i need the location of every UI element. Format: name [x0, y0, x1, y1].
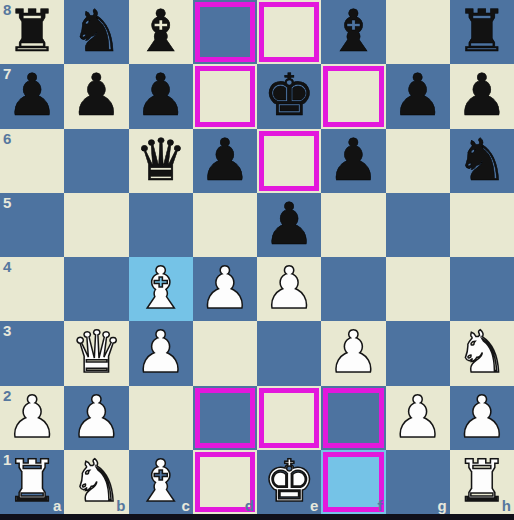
square-f5[interactable]: [321, 193, 385, 257]
piece-white-pawn[interactable]: ♟: [327, 323, 379, 381]
square-e3[interactable]: [257, 321, 321, 385]
piece-black-knight[interactable]: ♞: [70, 2, 122, 60]
rank-label: 3: [3, 323, 11, 338]
square-f7[interactable]: [321, 64, 385, 128]
piece-black-pawn[interactable]: ♟: [70, 66, 122, 124]
square-b4[interactable]: [64, 257, 128, 321]
square-h8[interactable]: ♜: [450, 0, 514, 64]
piece-white-queen[interactable]: ♛: [70, 323, 122, 381]
file-label: d: [245, 498, 254, 513]
piece-white-bishop[interactable]: ♝: [135, 452, 187, 510]
square-b8[interactable]: ♞: [64, 0, 128, 64]
piece-black-pawn[interactable]: ♟: [199, 131, 251, 189]
piece-white-pawn[interactable]: ♟: [135, 323, 187, 381]
piece-black-pawn[interactable]: ♟: [327, 131, 379, 189]
square-e2[interactable]: [257, 386, 321, 450]
square-g2[interactable]: ♟: [386, 386, 450, 450]
square-a1[interactable]: ♜1a: [0, 450, 64, 514]
square-a7[interactable]: ♟7: [0, 64, 64, 128]
board-bottom-border: [0, 514, 514, 520]
rank-label: 7: [3, 66, 11, 81]
piece-black-pawn[interactable]: ♟: [392, 66, 444, 124]
square-h5[interactable]: [450, 193, 514, 257]
square-b3[interactable]: ♛: [64, 321, 128, 385]
square-d3[interactable]: [193, 321, 257, 385]
rank-label: 2: [3, 388, 11, 403]
square-a8[interactable]: ♜8: [0, 0, 64, 64]
square-d4[interactable]: ♟: [193, 257, 257, 321]
piece-black-pawn[interactable]: ♟: [456, 66, 508, 124]
piece-white-pawn[interactable]: ♟: [70, 388, 122, 446]
square-h2[interactable]: ♟: [450, 386, 514, 450]
square-c1[interactable]: ♝c: [129, 450, 193, 514]
piece-black-queen[interactable]: ♛: [135, 131, 187, 189]
piece-black-pawn[interactable]: ♟: [6, 66, 58, 124]
rank-label: 4: [3, 259, 11, 274]
rank-label: 5: [3, 195, 11, 210]
square-b2[interactable]: ♟: [64, 386, 128, 450]
square-f1[interactable]: f: [321, 450, 385, 514]
square-e4[interactable]: ♟: [257, 257, 321, 321]
square-c2[interactable]: [129, 386, 193, 450]
square-f3[interactable]: ♟: [321, 321, 385, 385]
file-label: c: [181, 498, 189, 513]
square-g6[interactable]: [386, 129, 450, 193]
square-f2[interactable]: [321, 386, 385, 450]
piece-black-bishop[interactable]: ♝: [327, 2, 379, 60]
square-e8[interactable]: [257, 0, 321, 64]
rank-label: 6: [3, 131, 11, 146]
square-b7[interactable]: ♟: [64, 64, 128, 128]
square-f6[interactable]: ♟: [321, 129, 385, 193]
piece-white-knight[interactable]: ♞: [70, 452, 122, 510]
square-c8[interactable]: ♝: [129, 0, 193, 64]
piece-black-pawn[interactable]: ♟: [135, 66, 187, 124]
square-a3[interactable]: 3: [0, 321, 64, 385]
piece-black-king[interactable]: ♚: [263, 66, 315, 124]
piece-white-pawn[interactable]: ♟: [199, 259, 251, 317]
piece-white-pawn[interactable]: ♟: [6, 388, 58, 446]
piece-black-pawn[interactable]: ♟: [263, 195, 315, 253]
square-d6[interactable]: ♟: [193, 129, 257, 193]
piece-white-knight[interactable]: ♞: [456, 323, 508, 381]
square-d8[interactable]: [193, 0, 257, 64]
square-d2[interactable]: [193, 386, 257, 450]
file-label: f: [378, 498, 383, 513]
square-h6[interactable]: ♞: [450, 129, 514, 193]
square-b1[interactable]: ♞b: [64, 450, 128, 514]
file-label: h: [502, 498, 511, 513]
square-d5[interactable]: [193, 193, 257, 257]
square-f4[interactable]: [321, 257, 385, 321]
square-g5[interactable]: [386, 193, 450, 257]
square-d7[interactable]: [193, 64, 257, 128]
chess-board: ♜8♞♝♝♜♟7♟♟♚♟♟6♛♟♟♞5♟4♝♟♟3♛♟♟♞♟2♟♟♟♜1a♞b♝…: [0, 0, 514, 514]
square-h4[interactable]: [450, 257, 514, 321]
square-b5[interactable]: [64, 193, 128, 257]
piece-white-rook[interactable]: ♜: [456, 452, 508, 510]
piece-white-bishop[interactable]: ♝: [135, 259, 187, 317]
square-h3[interactable]: ♞: [450, 321, 514, 385]
square-e1[interactable]: ♚e: [257, 450, 321, 514]
rank-label: 1: [3, 452, 11, 467]
square-d1[interactable]: d: [193, 450, 257, 514]
square-e7[interactable]: ♚: [257, 64, 321, 128]
square-a4[interactable]: 4: [0, 257, 64, 321]
square-g4[interactable]: [386, 257, 450, 321]
square-a5[interactable]: 5: [0, 193, 64, 257]
piece-white-pawn[interactable]: ♟: [263, 259, 315, 317]
piece-black-bishop[interactable]: ♝: [135, 2, 187, 60]
square-g7[interactable]: ♟: [386, 64, 450, 128]
piece-white-king[interactable]: ♚: [263, 452, 315, 510]
square-b6[interactable]: [64, 129, 128, 193]
file-label: a: [53, 498, 61, 513]
piece-white-pawn[interactable]: ♟: [392, 388, 444, 446]
square-e6[interactable]: [257, 129, 321, 193]
piece-black-rook[interactable]: ♜: [6, 2, 58, 60]
square-c5[interactable]: [129, 193, 193, 257]
square-e5[interactable]: ♟: [257, 193, 321, 257]
piece-white-pawn[interactable]: ♟: [456, 388, 508, 446]
square-g1[interactable]: g: [386, 450, 450, 514]
square-a2[interactable]: ♟2: [0, 386, 64, 450]
file-label: e: [310, 498, 318, 513]
square-c6[interactable]: ♛: [129, 129, 193, 193]
file-label: g: [438, 498, 447, 513]
square-g8[interactable]: [386, 0, 450, 64]
piece-black-knight[interactable]: ♞: [456, 131, 508, 189]
file-label: b: [116, 498, 125, 513]
square-h1[interactable]: ♜h: [450, 450, 514, 514]
square-f8[interactable]: ♝: [321, 0, 385, 64]
rank-label: 8: [3, 2, 11, 17]
square-c7[interactable]: ♟: [129, 64, 193, 128]
piece-black-rook[interactable]: ♜: [456, 2, 508, 60]
square-h7[interactable]: ♟: [450, 64, 514, 128]
piece-white-rook[interactable]: ♜: [6, 452, 58, 510]
square-a6[interactable]: 6: [0, 129, 64, 193]
square-c3[interactable]: ♟: [129, 321, 193, 385]
square-c4[interactable]: ♝: [129, 257, 193, 321]
square-g3[interactable]: [386, 321, 450, 385]
